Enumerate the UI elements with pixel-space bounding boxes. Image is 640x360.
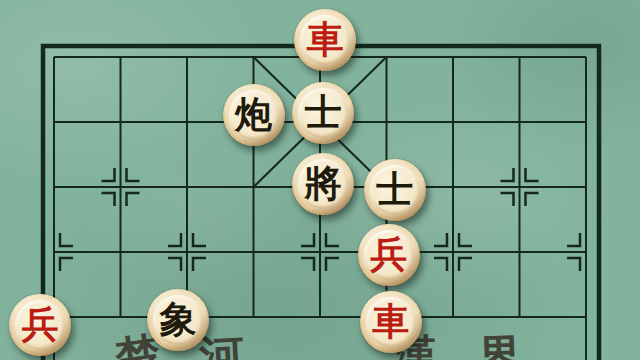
piece-label: 炮 [235,96,272,133]
piece-red-soldier-2[interactable]: 兵 [9,294,71,356]
piece-label: 士 [305,94,342,131]
point-marker-2 [326,233,339,246]
point-marker-2 [301,258,314,271]
piece-label: 兵 [370,236,407,273]
point-marker-3 [434,233,447,246]
point-marker-6 [526,168,539,181]
point-marker-1 [193,233,206,246]
piece-label: 兵 [22,306,59,343]
point-marker-6 [501,168,514,181]
point-marker-6 [501,193,514,206]
point-marker-4 [567,233,580,246]
river-label-jie: 界 [477,333,524,360]
point-marker-2 [326,258,339,271]
piece-black-cannon[interactable]: 炮 [223,84,285,146]
point-marker-1 [193,258,206,271]
point-marker-5 [102,193,115,206]
point-marker-2 [301,233,314,246]
piece-black-general[interactable]: 將 [292,153,354,215]
piece-label: 車 [372,303,409,340]
piece-black-advisor-2[interactable]: 士 [364,159,426,221]
piece-red-chariot-1[interactable]: 車 [294,9,356,71]
point-marker-4 [567,258,580,271]
point-marker-3 [434,258,447,271]
point-marker-1 [168,258,181,271]
piece-black-advisor-1[interactable]: 士 [292,82,354,144]
point-marker-5 [102,168,115,181]
piece-label: 士 [376,171,413,208]
piece-red-chariot-2[interactable]: 車 [360,291,422,353]
point-marker-5 [127,193,140,206]
piece-label: 將 [305,165,342,202]
point-marker-3 [459,258,472,271]
point-marker-5 [127,168,140,181]
point-marker-6 [526,193,539,206]
river-label-he: 河 [198,333,245,360]
point-marker-1 [168,233,181,246]
piece-black-elephant[interactable]: 象 [147,289,209,351]
piece-label: 象 [160,301,197,338]
piece-label: 車 [307,21,344,58]
xiangqi-board[interactable]: 楚河漢界車炮士將士兵兵象車 [0,0,640,360]
piece-red-soldier-1[interactable]: 兵 [358,224,420,286]
point-marker-0 [60,233,73,246]
point-marker-0 [60,258,73,271]
point-marker-3 [459,233,472,246]
